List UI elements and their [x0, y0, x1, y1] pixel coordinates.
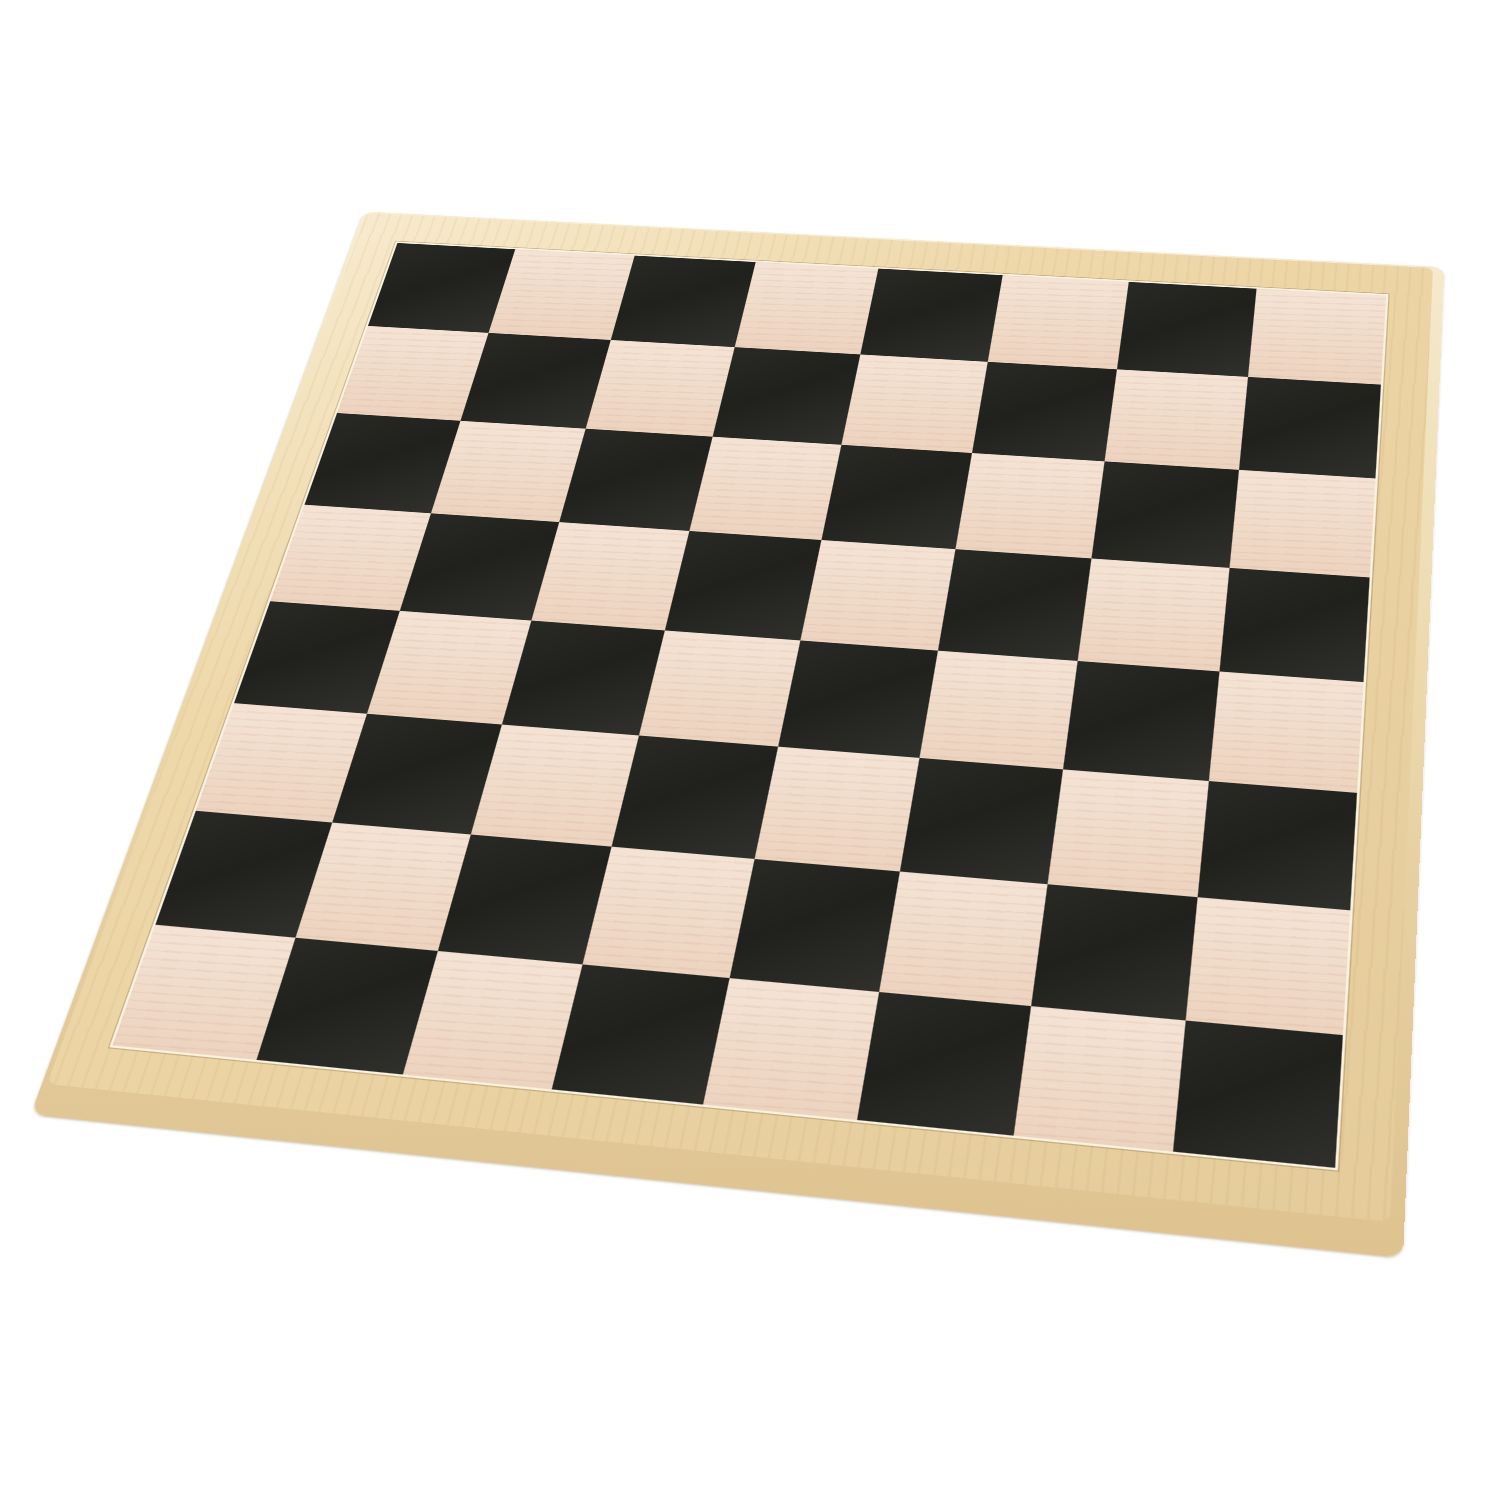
- square-r5c3: [502, 621, 665, 736]
- square-r4c4: [665, 531, 822, 640]
- square-r5c5: [778, 640, 938, 757]
- square-r6c3: [471, 725, 639, 847]
- square-r5c6: [919, 651, 1077, 770]
- square-r3c8: [1230, 470, 1376, 578]
- square-r3c6: [955, 453, 1104, 558]
- square-r6c5: [755, 747, 920, 872]
- square-r1c8: [1248, 289, 1386, 385]
- square-r7c7: [1031, 884, 1198, 1020]
- chessboard: [47, 213, 1433, 1222]
- square-r2c7: [1105, 369, 1248, 470]
- square-r8c8: [1173, 1020, 1343, 1167]
- square-r2c3: [586, 340, 735, 437]
- square-r7c8: [1186, 897, 1350, 1035]
- square-r7c5: [730, 859, 900, 992]
- square-r5c7: [1063, 661, 1219, 781]
- square-r1c5: [860, 269, 1002, 362]
- square-r2c8: [1239, 377, 1381, 479]
- product-photo-canvas: [0, 0, 1500, 1500]
- square-r6c7: [1048, 769, 1209, 897]
- square-r1c6: [988, 275, 1129, 369]
- square-r4c6: [938, 549, 1092, 661]
- board-frame: [47, 213, 1433, 1222]
- square-r8c7: [1014, 1006, 1186, 1152]
- square-r5c4: [639, 630, 800, 746]
- square-r3c7: [1091, 461, 1239, 568]
- square-r1c7: [1117, 282, 1257, 377]
- square-r3c4: [689, 437, 841, 540]
- square-r1c4: [735, 262, 879, 354]
- square-r3c3: [559, 429, 712, 531]
- square-r8c5: [703, 978, 879, 1120]
- square-r6c6: [900, 758, 1063, 884]
- square-r2c6: [972, 362, 1117, 462]
- square-r2c4: [713, 347, 861, 445]
- square-r6c8: [1198, 781, 1357, 910]
- square-r2c2: [460, 333, 610, 429]
- square-r3c5: [821, 445, 972, 549]
- square-r4c5: [800, 540, 955, 651]
- square-r5c8: [1209, 671, 1364, 792]
- square-r7c6: [879, 871, 1047, 1006]
- square-r6c4: [612, 735, 779, 858]
- square-r1c2: [489, 249, 635, 340]
- square-r2c5: [841, 354, 987, 453]
- square-r8c6: [857, 992, 1031, 1136]
- square-r1c3: [611, 256, 756, 348]
- square-r4c3: [531, 522, 689, 630]
- square-r4c8: [1219, 568, 1369, 682]
- square-r7c4: [583, 847, 755, 978]
- square-r4c7: [1078, 558, 1230, 671]
- square-r8c4: [552, 964, 730, 1104]
